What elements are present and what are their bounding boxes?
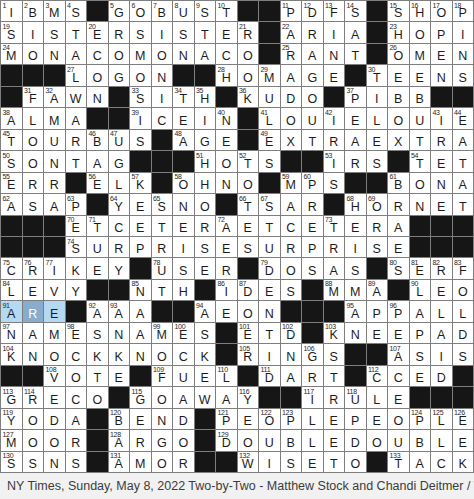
cell-r4c5[interactable]: O (87, 65, 108, 85)
cell-r4c18[interactable]: 30T (367, 65, 388, 85)
cell-r18c10[interactable]: E (195, 366, 216, 386)
cell-r3c10[interactable]: A (195, 44, 216, 64)
cell-r11c16[interactable]: 73T (324, 216, 345, 236)
cell-r12c16[interactable]: R (324, 237, 345, 257)
cell-r11c8[interactable]: T (152, 216, 173, 236)
cell-r16c10[interactable]: S (195, 323, 216, 343)
cell-r22c6[interactable]: 131A (109, 452, 130, 472)
cell-r8c2[interactable]: O (23, 151, 44, 171)
cell-r8c20[interactable]: 54T (410, 151, 431, 171)
cell-r18c21[interactable]: D (431, 366, 452, 386)
cell-r1c15[interactable]: 12D (302, 1, 323, 21)
cell-r12c15[interactable]: P (302, 237, 323, 257)
cell-r10c20[interactable]: N (410, 194, 431, 214)
cell-r4c21[interactable]: N (431, 65, 452, 85)
cell-r9c1[interactable]: 55E (1, 173, 22, 193)
cell-r4c6[interactable]: G (109, 65, 130, 85)
cell-r6c7[interactable]: 39I (130, 108, 151, 128)
cell-r3c8[interactable]: O (152, 44, 173, 64)
cell-r5c8[interactable]: I (152, 87, 173, 107)
cell-r17c10[interactable]: K (195, 344, 216, 364)
cell-r9c21[interactable]: N (431, 173, 452, 193)
cell-r13c16[interactable]: A (324, 258, 345, 278)
cell-r4c8[interactable]: N (152, 65, 173, 85)
cell-r22c3[interactable]: N (44, 452, 65, 472)
cell-r7c16[interactable]: R (324, 130, 345, 150)
cell-r7c18[interactable]: E (367, 130, 388, 150)
cell-r15c22[interactable]: L (453, 301, 474, 321)
cell-r19c9[interactable]: A (173, 387, 194, 407)
cell-r2c1[interactable]: 19S (1, 22, 22, 42)
cell-r4c13[interactable]: 29M (259, 65, 280, 85)
cell-r2c3[interactable]: S (44, 22, 65, 42)
cell-r21c15[interactable]: L (302, 430, 323, 450)
cell-r17c8[interactable]: O (152, 344, 173, 364)
cell-r3c3[interactable]: N (44, 44, 65, 64)
cell-r2c15[interactable]: R (302, 22, 323, 42)
cell-r9c3[interactable]: R (44, 173, 65, 193)
cell-r20c17[interactable]: P (345, 409, 366, 429)
cell-r16c22[interactable]: D (453, 323, 474, 343)
cell-r10c21[interactable]: E (431, 194, 452, 214)
cell-r17c19[interactable]: 107A (388, 344, 409, 364)
cell-r2c10[interactable]: T (195, 22, 216, 42)
cell-r20c1[interactable]: 119Y (1, 409, 22, 429)
cell-r13c5[interactable]: E (87, 258, 108, 278)
cell-r19c5[interactable]: O (87, 387, 108, 407)
cell-r12c14[interactable]: R (281, 237, 302, 257)
cell-r18c19[interactable]: C (388, 366, 409, 386)
cell-r10c8[interactable]: 65S (152, 194, 173, 214)
cell-r13c9[interactable]: S (173, 258, 194, 278)
cell-r20c3[interactable]: D (44, 409, 65, 429)
cell-r12c11[interactable]: E (216, 237, 237, 257)
cell-r13c1[interactable]: 75C (1, 258, 22, 278)
cell-r18c13[interactable]: 111D (259, 366, 280, 386)
cell-r8c12[interactable]: 52T (238, 151, 259, 171)
cell-r6c9[interactable]: E (173, 108, 194, 128)
cell-r16c5[interactable]: S (87, 323, 108, 343)
cell-r9c14[interactable]: 59M (281, 173, 302, 193)
cell-r4c22[interactable]: S (453, 65, 474, 85)
cell-r19c19[interactable]: E (388, 387, 409, 407)
cell-r20c21[interactable]: 125L (431, 409, 452, 429)
cell-r20c18[interactable]: E (367, 409, 388, 429)
cell-r9c7[interactable]: 57K (130, 173, 151, 193)
cell-r6c11[interactable]: 40N (216, 108, 237, 128)
cell-r11c6[interactable]: C (109, 216, 130, 236)
cell-r18c8[interactable]: 109F (152, 366, 173, 386)
cell-r5c7[interactable]: 33S (130, 87, 151, 107)
cell-r7c17[interactable]: A (345, 130, 366, 150)
cell-r4c19[interactable]: E (388, 65, 409, 85)
cell-r3c5[interactable]: C (87, 44, 108, 64)
cell-r7c13[interactable]: 49E (259, 130, 280, 150)
cell-r21c19[interactable]: U (388, 430, 409, 450)
cell-r9c15[interactable]: 60P (302, 173, 323, 193)
cell-r10c3[interactable]: A (44, 194, 65, 214)
cell-r14c2[interactable]: E (23, 280, 44, 300)
cell-r20c14[interactable]: 123P (281, 409, 302, 429)
cell-r6c1[interactable]: 38A (1, 108, 22, 128)
cell-r10c13[interactable]: 67S (259, 194, 280, 214)
cell-r16c2[interactable]: A (23, 323, 44, 343)
cell-r15c5[interactable]: 92A (87, 301, 108, 321)
cell-r21c16[interactable]: E (324, 430, 345, 450)
cell-r4c12[interactable]: O (238, 65, 259, 85)
cell-r2c4[interactable]: T (66, 22, 87, 42)
cell-r12c6[interactable]: R (109, 237, 130, 257)
cell-r15c19[interactable]: 96P (388, 301, 409, 321)
cell-r10c12[interactable]: 66T (238, 194, 259, 214)
cell-r6c13[interactable]: 41L (259, 108, 280, 128)
cell-r2c2[interactable]: I (23, 22, 44, 42)
cell-r17c3[interactable]: O (44, 344, 65, 364)
cell-r13c11[interactable]: R (216, 258, 237, 278)
cell-r1c21[interactable]: 17O (431, 1, 452, 21)
cell-r11c18[interactable]: R (367, 216, 388, 236)
cell-r13c4[interactable]: K (66, 258, 87, 278)
cell-r21c12[interactable]: O (238, 430, 259, 450)
cell-r22c8[interactable]: O (152, 452, 173, 472)
cell-r5c13[interactable]: U (259, 87, 280, 107)
cell-r4c16[interactable]: E (324, 65, 345, 85)
cell-r3c4[interactable]: A (66, 44, 87, 64)
cell-r21c18[interactable]: O (367, 430, 388, 450)
cell-r7c5[interactable]: 46B (87, 130, 108, 150)
cell-r3c16[interactable]: N (324, 44, 345, 64)
cell-r19c3[interactable]: E (44, 387, 65, 407)
cell-r17c2[interactable]: N (23, 344, 44, 364)
cell-r10c1[interactable]: 62A (1, 194, 22, 214)
cell-r16c13[interactable]: T (259, 323, 280, 343)
cell-r8c5[interactable]: A (87, 151, 108, 171)
cell-r1c3[interactable]: 3M (44, 1, 65, 21)
cell-r18c9[interactable]: U (173, 366, 194, 386)
cell-r15c11[interactable]: E (216, 301, 237, 321)
cell-r20c8[interactable]: N (152, 409, 173, 429)
cell-r8c1[interactable]: 50S (1, 151, 22, 171)
cell-r1c17[interactable]: 14S (345, 1, 366, 21)
cell-r21c2[interactable]: O (23, 430, 44, 450)
cell-r10c7[interactable]: E (130, 194, 151, 214)
cell-r7c14[interactable]: X (281, 130, 302, 150)
cell-r8c13[interactable]: S (259, 151, 280, 171)
cell-r2c16[interactable]: I (324, 22, 345, 42)
cell-r14c1[interactable]: 84L (1, 280, 22, 300)
cell-r5c3[interactable]: 32A (44, 87, 65, 107)
cell-r2c21[interactable]: P (431, 22, 452, 42)
cell-r3c7[interactable]: M (130, 44, 151, 64)
cell-r3c12[interactable]: O (238, 44, 259, 64)
cell-r5c4[interactable]: W (66, 87, 87, 107)
cell-r1c2[interactable]: 2B (23, 1, 44, 21)
cell-r19c2[interactable]: 114R (23, 387, 44, 407)
cell-r20c2[interactable]: O (23, 409, 44, 429)
cell-r1c20[interactable]: 16H (410, 1, 431, 21)
cell-r5c17[interactable]: 37P (345, 87, 366, 107)
cell-r7c3[interactable]: U (44, 130, 65, 150)
cell-r9c16[interactable]: S (324, 173, 345, 193)
cell-r21c7[interactable]: R (130, 430, 151, 450)
cell-r17c5[interactable]: K (87, 344, 108, 364)
cell-r6c17[interactable]: E (345, 108, 366, 128)
cell-r13c3[interactable]: 77I (44, 258, 65, 278)
cell-r14c12[interactable]: 87D (238, 280, 259, 300)
cell-r2c8[interactable]: I (152, 22, 173, 42)
cell-r14c4[interactable]: Y (66, 280, 87, 300)
cell-r3c14[interactable]: 25R (281, 44, 302, 64)
cell-r3c9[interactable]: N (173, 44, 194, 64)
cell-r18c14[interactable]: A (281, 366, 302, 386)
cell-r8c10[interactable]: 51H (195, 151, 216, 171)
cell-r22c2[interactable]: S (23, 452, 44, 472)
cell-r12c13[interactable]: U (259, 237, 280, 257)
cell-r17c20[interactable]: S (410, 344, 431, 364)
cell-r15c2[interactable]: R (23, 301, 44, 321)
cell-r9c9[interactable]: 58O (173, 173, 194, 193)
cell-r14c18[interactable]: 89A (367, 280, 388, 300)
cell-r7c7[interactable]: S (130, 130, 151, 150)
cell-r16c7[interactable]: A (130, 323, 151, 343)
cell-r7c22[interactable]: A (453, 130, 474, 150)
cell-r8c3[interactable]: N (44, 151, 65, 171)
cell-r22c12[interactable]: 132W (238, 452, 259, 472)
cell-r3c22[interactable]: N (453, 44, 474, 64)
cell-r18c6[interactable]: E (109, 366, 130, 386)
cell-r2c12[interactable]: 21R (238, 22, 259, 42)
cell-r22c20[interactable]: A (410, 452, 431, 472)
cell-r10c6[interactable]: 64Y (109, 194, 130, 214)
cell-r20c4[interactable]: A (66, 409, 87, 429)
cell-r5c12[interactable]: 36K (238, 87, 259, 107)
cell-r10c14[interactable]: A (281, 194, 302, 214)
cell-r10c4[interactable]: 63P (66, 194, 87, 214)
cell-r11c7[interactable]: E (130, 216, 151, 236)
cell-r15c12[interactable]: O (238, 301, 259, 321)
cell-r18c5[interactable]: T (87, 366, 108, 386)
cell-r13c14[interactable]: O (281, 258, 302, 278)
cell-r7c6[interactable]: 47U (109, 130, 130, 150)
cell-r22c1[interactable]: 130S (1, 452, 22, 472)
cell-r5c14[interactable]: D (281, 87, 302, 107)
cell-r8c18[interactable]: S (367, 151, 388, 171)
cell-r5c2[interactable]: 31F (23, 87, 44, 107)
cell-r6c15[interactable]: U (302, 108, 323, 128)
cell-r17c1[interactable]: 104K (1, 344, 22, 364)
cell-r4c14[interactable]: A (281, 65, 302, 85)
cell-r19c7[interactable]: 115G (130, 387, 151, 407)
cell-r2c19[interactable]: 23H (388, 22, 409, 42)
cell-r18c11[interactable]: 110L (216, 366, 237, 386)
cell-r11c15[interactable]: E (302, 216, 323, 236)
cell-r22c13[interactable]: I (259, 452, 280, 472)
cell-r21c6[interactable]: 128A (109, 430, 130, 450)
cell-r17c16[interactable]: S (324, 344, 345, 364)
cell-r7c15[interactable]: T (302, 130, 323, 150)
cell-r9c11[interactable]: N (216, 173, 237, 193)
cell-r3c2[interactable]: O (23, 44, 44, 64)
cell-r9c19[interactable]: 61B (388, 173, 409, 193)
cell-r20c20[interactable]: 124P (410, 409, 431, 429)
cell-r7c21[interactable]: R (431, 130, 452, 150)
cell-r8c22[interactable]: T (453, 151, 474, 171)
cell-r13c19[interactable]: 80S (388, 258, 409, 278)
cell-r12c12[interactable]: S (238, 237, 259, 257)
cell-r5c15[interactable]: O (302, 87, 323, 107)
cell-r15c17[interactable]: 95A (345, 301, 366, 321)
cell-r4c4[interactable]: 27L (66, 65, 87, 85)
cell-r14c14[interactable]: S (281, 280, 302, 300)
cell-r17c15[interactable]: 106G (302, 344, 323, 364)
cell-r14c20[interactable]: 90L (410, 280, 431, 300)
cell-r16c21[interactable]: A (431, 323, 452, 343)
cell-r13c2[interactable]: 76R (23, 258, 44, 278)
cell-r1c16[interactable]: 13F (324, 1, 345, 21)
cell-r7c19[interactable]: X (388, 130, 409, 150)
cell-r17c6[interactable]: K (109, 344, 130, 364)
cell-r21c13[interactable]: U (259, 430, 280, 450)
cell-r4c7[interactable]: O (130, 65, 151, 85)
cell-r13c8[interactable]: 78U (152, 258, 173, 278)
cell-r14c17[interactable]: M (345, 280, 366, 300)
cell-r1c22[interactable]: 18P (453, 1, 474, 21)
cell-r3c1[interactable]: 24M (1, 44, 22, 64)
cell-r1c10[interactable]: 9S (195, 1, 216, 21)
cell-r20c13[interactable]: 122O (259, 409, 280, 429)
cell-r2c5[interactable]: 20E (87, 22, 108, 42)
cell-r3c21[interactable]: E (431, 44, 452, 64)
cell-r7c4[interactable]: R (66, 130, 87, 150)
cell-r20c6[interactable]: 120B (109, 409, 130, 429)
cell-r22c21[interactable]: C (431, 452, 452, 472)
cell-r10c22[interactable]: T (453, 194, 474, 214)
cell-r14c7[interactable]: 85N (130, 280, 151, 300)
cell-r7c10[interactable]: G (195, 130, 216, 150)
cell-r22c14[interactable]: S (281, 452, 302, 472)
cell-r16c8[interactable]: 99M (152, 323, 173, 343)
cell-r17c7[interactable]: N (130, 344, 151, 364)
cell-r11c10[interactable]: R (195, 216, 216, 236)
cell-r20c15[interactable]: L (302, 409, 323, 429)
cell-r1c8[interactable]: 7B (152, 1, 173, 21)
cell-r12c9[interactable]: I (173, 237, 194, 257)
cell-r2c20[interactable]: O (410, 22, 431, 42)
cell-r16c1[interactable]: 97N (1, 323, 22, 343)
cell-r2c22[interactable]: I (453, 22, 474, 42)
cell-r15c20[interactable]: A (410, 301, 431, 321)
cell-r1c6[interactable]: 5G (109, 1, 130, 21)
cell-r14c13[interactable]: E (259, 280, 280, 300)
cell-r22c15[interactable]: E (302, 452, 323, 472)
cell-r6c20[interactable]: U (410, 108, 431, 128)
cell-r12c18[interactable]: S (367, 237, 388, 257)
cell-r19c18[interactable]: L (367, 387, 388, 407)
cell-r21c17[interactable]: D (345, 430, 366, 450)
cell-r21c4[interactable]: R (66, 430, 87, 450)
cell-r9c20[interactable]: O (410, 173, 431, 193)
cell-r13c21[interactable]: 82R (431, 258, 452, 278)
cell-r14c21[interactable]: E (431, 280, 452, 300)
cell-r7c20[interactable]: T (410, 130, 431, 150)
cell-r9c12[interactable]: O (238, 173, 259, 193)
cell-r19c4[interactable]: C (66, 387, 87, 407)
cell-r18c15[interactable]: R (302, 366, 323, 386)
cell-r13c13[interactable]: 79D (259, 258, 280, 278)
cell-r3c15[interactable]: A (302, 44, 323, 64)
cell-r15c18[interactable]: P (367, 301, 388, 321)
cell-r17c13[interactable]: I (259, 344, 280, 364)
cell-r10c18[interactable]: 69O (367, 194, 388, 214)
cell-r15c1[interactable]: 91A (1, 301, 22, 321)
cell-r13c15[interactable]: S (302, 258, 323, 278)
cell-r2c11[interactable]: E (216, 22, 237, 42)
cell-r1c14[interactable]: 11P (281, 1, 302, 21)
cell-r16c16[interactable]: 103K (324, 323, 345, 343)
cell-r1c4[interactable]: 4S (66, 1, 87, 21)
cell-r10c19[interactable]: R (388, 194, 409, 214)
cell-r16c9[interactable]: 100E (173, 323, 194, 343)
cell-r11c5[interactable]: 71T (87, 216, 108, 236)
cell-r11c17[interactable]: E (345, 216, 366, 236)
cell-r2c14[interactable]: 22A (281, 22, 302, 42)
cell-r8c4[interactable]: T (66, 151, 87, 171)
cell-r16c18[interactable]: E (367, 323, 388, 343)
cell-r22c9[interactable]: R (173, 452, 194, 472)
cell-r10c17[interactable]: 68H (345, 194, 366, 214)
cell-r8c11[interactable]: O (216, 151, 237, 171)
cell-r4c15[interactable]: G (302, 65, 323, 85)
cell-r20c16[interactable]: E (324, 409, 345, 429)
cell-r7c11[interactable]: E (216, 130, 237, 150)
cell-r6c10[interactable]: I (195, 108, 216, 128)
cell-r14c8[interactable]: T (152, 280, 173, 300)
cell-r9c2[interactable]: R (23, 173, 44, 193)
cell-r9c22[interactable]: A (453, 173, 474, 193)
cell-r20c22[interactable]: 126E (453, 409, 474, 429)
cell-r18c4[interactable]: O (66, 366, 87, 386)
cell-r21c1[interactable]: 127M (1, 430, 22, 450)
cell-r13c20[interactable]: 81E (410, 258, 431, 278)
cell-r11c11[interactable]: 72A (216, 216, 237, 236)
cell-r11c4[interactable]: 70E (66, 216, 87, 236)
cell-r16c6[interactable]: N (109, 323, 130, 343)
cell-r2c6[interactable]: R (109, 22, 130, 42)
cell-r8c17[interactable]: R (345, 151, 366, 171)
cell-r10c10[interactable]: O (195, 194, 216, 214)
cell-r8c6[interactable]: G (109, 151, 130, 171)
cell-r21c20[interactable]: B (410, 430, 431, 450)
cell-r20c7[interactable]: E (130, 409, 151, 429)
cell-r21c14[interactable]: B (281, 430, 302, 450)
cell-r9c10[interactable]: H (195, 173, 216, 193)
cell-r16c4[interactable]: 98E (66, 323, 87, 343)
cell-r12c7[interactable]: P (130, 237, 151, 257)
cell-r14c9[interactable]: H (173, 280, 194, 300)
cell-r6c14[interactable]: O (281, 108, 302, 128)
cell-r14c3[interactable]: V (44, 280, 65, 300)
cell-r2c17[interactable]: A (345, 22, 366, 42)
cell-r3c20[interactable]: M (410, 44, 431, 64)
cell-r3c11[interactable]: C (216, 44, 237, 64)
cell-r15c21[interactable]: L (431, 301, 452, 321)
cell-r15c3[interactable]: E (44, 301, 65, 321)
cell-r5c10[interactable]: 35H (195, 87, 216, 107)
cell-r20c11[interactable]: 121P (216, 409, 237, 429)
cell-r22c19[interactable]: 133T (388, 452, 409, 472)
cell-r4c11[interactable]: 28H (216, 65, 237, 85)
cell-r14c11[interactable]: 86I (216, 280, 237, 300)
